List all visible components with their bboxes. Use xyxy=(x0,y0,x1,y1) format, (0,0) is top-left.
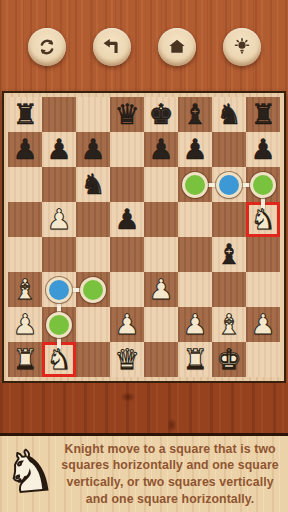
square-h6[interactable] xyxy=(246,167,280,202)
black-pawn-a7[interactable]: ♟ xyxy=(8,132,42,167)
square-d5[interactable]: ♟ xyxy=(110,202,144,237)
square-d8[interactable]: ♛ xyxy=(110,97,144,132)
white-rook-f1[interactable]: ♜ xyxy=(178,342,212,377)
square-a8[interactable]: ♜ xyxy=(8,97,42,132)
white-pawn-f2[interactable]: ♟ xyxy=(178,307,212,342)
square-b1[interactable]: ♞ xyxy=(42,342,76,377)
square-e1[interactable] xyxy=(144,342,178,377)
white-rook-a1[interactable]: ♜ xyxy=(8,342,42,377)
square-b5[interactable]: ♟ xyxy=(42,202,76,237)
square-f6[interactable] xyxy=(178,167,212,202)
black-pawn-h7[interactable]: ♟ xyxy=(246,132,280,167)
hint-button[interactable] xyxy=(223,28,261,66)
square-c1[interactable] xyxy=(76,342,110,377)
square-c4[interactable] xyxy=(76,237,110,272)
square-f5[interactable] xyxy=(178,202,212,237)
square-d1[interactable]: ♛ xyxy=(110,342,144,377)
tutorial-banner: ♞ Knight move to a square that is two sq… xyxy=(0,433,288,512)
white-pawn-b5[interactable]: ♟ xyxy=(42,202,76,237)
square-h5[interactable]: ♞ xyxy=(246,202,280,237)
square-h2[interactable]: ♟ xyxy=(246,307,280,342)
undo-button[interactable] xyxy=(93,28,131,66)
square-g5[interactable] xyxy=(212,202,246,237)
white-pawn-a2[interactable]: ♟ xyxy=(8,307,42,342)
black-pawn-d5[interactable]: ♟ xyxy=(110,202,144,237)
square-h8[interactable]: ♜ xyxy=(246,97,280,132)
square-f7[interactable]: ♟ xyxy=(178,132,212,167)
square-c2[interactable] xyxy=(76,307,110,342)
square-e7[interactable]: ♟ xyxy=(144,132,178,167)
square-d7[interactable] xyxy=(110,132,144,167)
knight-icon: ♞ xyxy=(2,440,58,501)
square-f3[interactable] xyxy=(178,272,212,307)
restart-button[interactable] xyxy=(28,28,66,66)
white-queen-d1[interactable]: ♛ xyxy=(110,342,144,377)
black-bishop-g4[interactable]: ♝ xyxy=(212,237,246,272)
square-h3[interactable] xyxy=(246,272,280,307)
square-a4[interactable] xyxy=(8,237,42,272)
black-pawn-e7[interactable]: ♟ xyxy=(144,132,178,167)
black-queen-d8[interactable]: ♛ xyxy=(110,97,144,132)
square-a5[interactable] xyxy=(8,202,42,237)
square-h1[interactable] xyxy=(246,342,280,377)
square-d2[interactable]: ♟ xyxy=(110,307,144,342)
square-h4[interactable] xyxy=(246,237,280,272)
toolbar xyxy=(0,28,288,66)
refresh-icon xyxy=(36,36,58,58)
square-f1[interactable]: ♜ xyxy=(178,342,212,377)
square-b2[interactable] xyxy=(42,307,76,342)
white-knight-h5[interactable]: ♞ xyxy=(246,202,280,237)
white-bishop-g2[interactable]: ♝ xyxy=(212,307,246,342)
square-e4[interactable] xyxy=(144,237,178,272)
square-a7[interactable]: ♟ xyxy=(8,132,42,167)
white-bishop-a3[interactable]: ♝ xyxy=(8,272,42,307)
square-e5[interactable] xyxy=(144,202,178,237)
square-b3[interactable] xyxy=(42,272,76,307)
white-knight-b1[interactable]: ♞ xyxy=(42,342,76,377)
black-bishop-f8[interactable]: ♝ xyxy=(178,97,212,132)
square-d4[interactable] xyxy=(110,237,144,272)
square-b8[interactable] xyxy=(42,97,76,132)
tutorial-text: Knight move to a square that is two squa… xyxy=(57,441,288,508)
black-pawn-c7[interactable]: ♟ xyxy=(76,132,110,167)
chess-board: ♜♛♚♝♞♜♟♟♟♟♟♟♞♟♟♞♝♝♟♟♟♟♝♟♜♞♛♜♚ xyxy=(2,91,286,383)
square-c3[interactable] xyxy=(76,272,110,307)
black-pawn-b7[interactable]: ♟ xyxy=(42,132,76,167)
square-g8[interactable]: ♞ xyxy=(212,97,246,132)
black-rook-a8[interactable]: ♜ xyxy=(8,97,42,132)
black-pawn-f7[interactable]: ♟ xyxy=(178,132,212,167)
square-d6[interactable] xyxy=(110,167,144,202)
square-a1[interactable]: ♜ xyxy=(8,342,42,377)
square-c5[interactable] xyxy=(76,202,110,237)
background-wood xyxy=(0,383,288,433)
square-e3[interactable]: ♟ xyxy=(144,272,178,307)
black-king-e8[interactable]: ♚ xyxy=(144,97,178,132)
square-a6[interactable] xyxy=(8,167,42,202)
app-root: ♜♛♚♝♞♜♟♟♟♟♟♟♞♟♟♞♝♝♟♟♟♟♝♟♜♞♛♜♚ ♞ Knight m… xyxy=(0,0,288,512)
lightbulb-icon xyxy=(231,36,253,58)
home-button[interactable] xyxy=(158,28,196,66)
square-d3[interactable] xyxy=(110,272,144,307)
white-pawn-h2[interactable]: ♟ xyxy=(246,307,280,342)
black-knight-g8[interactable]: ♞ xyxy=(212,97,246,132)
square-f4[interactable] xyxy=(178,237,212,272)
home-icon xyxy=(166,36,188,58)
square-b6[interactable] xyxy=(42,167,76,202)
square-f2[interactable]: ♟ xyxy=(178,307,212,342)
square-g4[interactable]: ♝ xyxy=(212,237,246,272)
square-a3[interactable]: ♝ xyxy=(8,272,42,307)
black-knight-c6[interactable]: ♞ xyxy=(76,167,110,202)
square-e2[interactable] xyxy=(144,307,178,342)
square-e6[interactable] xyxy=(144,167,178,202)
black-rook-h8[interactable]: ♜ xyxy=(246,97,280,132)
square-e8[interactable]: ♚ xyxy=(144,97,178,132)
square-b7[interactable]: ♟ xyxy=(42,132,76,167)
square-b4[interactable] xyxy=(42,237,76,272)
square-g2[interactable]: ♝ xyxy=(212,307,246,342)
square-c7[interactable]: ♟ xyxy=(76,132,110,167)
square-f8[interactable]: ♝ xyxy=(178,97,212,132)
square-g1[interactable]: ♚ xyxy=(212,342,246,377)
square-g3[interactable] xyxy=(212,272,246,307)
white-pawn-d2[interactable]: ♟ xyxy=(110,307,144,342)
square-c6[interactable]: ♞ xyxy=(76,167,110,202)
square-g6[interactable] xyxy=(212,167,246,202)
square-c8[interactable] xyxy=(76,97,110,132)
white-king-g1[interactable]: ♚ xyxy=(212,342,246,377)
square-h7[interactable]: ♟ xyxy=(246,132,280,167)
square-a2[interactable]: ♟ xyxy=(8,307,42,342)
square-g7[interactable] xyxy=(212,132,246,167)
undo-icon xyxy=(101,36,123,58)
board-grid: ♜♛♚♝♞♜♟♟♟♟♟♟♞♟♟♞♝♝♟♟♟♟♝♟♜♞♛♜♚ xyxy=(8,97,280,377)
white-pawn-e3[interactable]: ♟ xyxy=(144,272,178,307)
